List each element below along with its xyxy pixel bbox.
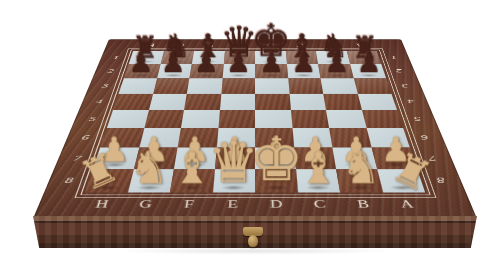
white-bishop-f8: ♝ bbox=[172, 146, 212, 190]
rank-label-right-3: 3 bbox=[394, 81, 416, 90]
rank-label-right-1: 1 bbox=[384, 54, 404, 61]
square-d4 bbox=[255, 93, 291, 110]
white-bishop-c8: ♝ bbox=[299, 146, 339, 190]
file-label-bottom-a: A bbox=[393, 197, 422, 212]
rank-label-right-2: 2 bbox=[389, 67, 410, 75]
file-label-bottom-e: E bbox=[220, 197, 245, 212]
black-pawn-e2: ♟ bbox=[226, 49, 251, 77]
rank-label-right-5: 5 bbox=[405, 114, 429, 124]
square-g2: ♟ bbox=[157, 64, 192, 78]
square-d2: ♟ bbox=[255, 64, 288, 78]
black-pawn-b2: ♟ bbox=[324, 49, 349, 77]
square-g8: ♞ bbox=[127, 169, 174, 193]
square-c4 bbox=[289, 93, 326, 110]
rank-label-left-5: 5 bbox=[80, 114, 104, 124]
square-f3 bbox=[187, 78, 222, 93]
file-label-bottom-c: C bbox=[307, 197, 333, 212]
square-b4 bbox=[323, 93, 361, 110]
playing-area-grid: ♜♞♝♛♚♝♞♜♟♟♟♟♟♟♟♟♟♟♟♟♟♟♟♟♜♞♝♛♚♝♞♜ bbox=[85, 51, 425, 193]
square-e2: ♟ bbox=[222, 64, 255, 78]
rank-label-right-6: 6 bbox=[412, 132, 438, 143]
black-pawn-c2: ♟ bbox=[292, 49, 317, 77]
square-c2: ♟ bbox=[287, 64, 321, 78]
square-b3 bbox=[321, 78, 358, 93]
square-b5 bbox=[326, 110, 366, 128]
white-knight-g8: ♞ bbox=[129, 146, 169, 190]
white-knight-b8: ♞ bbox=[341, 146, 381, 190]
file-label-bottom-g: G bbox=[132, 197, 160, 212]
rank-label-left-8: 8 bbox=[55, 174, 83, 187]
file-label-bottom-d: D bbox=[264, 197, 289, 212]
file-label-bottom-f: F bbox=[176, 197, 202, 212]
rank-label-right-8: 8 bbox=[427, 174, 455, 187]
square-d8: ♚ bbox=[255, 169, 298, 193]
square-f5 bbox=[181, 110, 220, 128]
square-c8: ♝ bbox=[296, 169, 341, 193]
rank-label-left-3: 3 bbox=[94, 81, 116, 90]
square-a5 bbox=[362, 110, 404, 128]
square-e4 bbox=[220, 93, 256, 110]
rank-label-left-4: 4 bbox=[88, 97, 111, 106]
square-f4 bbox=[184, 93, 221, 110]
square-a2: ♟ bbox=[350, 64, 386, 78]
rank-label-left-2: 2 bbox=[100, 67, 121, 75]
chess-board: ♜♞♝♛♚♝♞♜♟♟♟♟♟♟♟♟♟♟♟♟♟♟♟♟♜♞♝♛♚♝♞♜ 1122334… bbox=[34, 39, 477, 217]
square-b8: ♞ bbox=[336, 169, 383, 193]
file-label-bottom-b: B bbox=[350, 197, 378, 212]
square-c3 bbox=[288, 78, 323, 93]
square-a4 bbox=[357, 93, 397, 110]
square-h5 bbox=[107, 110, 149, 128]
rank-label-left-1: 1 bbox=[106, 54, 126, 61]
square-g3 bbox=[153, 78, 190, 93]
square-h3 bbox=[119, 78, 157, 93]
rank-label-right-4: 4 bbox=[399, 97, 422, 106]
square-h8: ♜ bbox=[85, 169, 134, 193]
black-pawn-a2: ♟ bbox=[357, 49, 382, 77]
white-king-d8: ♚ bbox=[249, 129, 304, 190]
square-h4 bbox=[113, 93, 153, 110]
square-e3 bbox=[221, 78, 255, 93]
square-g5 bbox=[144, 110, 184, 128]
square-f2: ♟ bbox=[189, 64, 223, 78]
square-d3 bbox=[255, 78, 289, 93]
file-label-bottom-h: H bbox=[88, 197, 117, 212]
black-pawn-g2: ♟ bbox=[161, 49, 186, 77]
square-g4 bbox=[149, 93, 187, 110]
square-a3 bbox=[353, 78, 391, 93]
square-h2: ♟ bbox=[124, 64, 160, 78]
rank-label-left-6: 6 bbox=[73, 132, 99, 143]
black-pawn-h2: ♟ bbox=[128, 49, 153, 77]
square-b2: ♟ bbox=[318, 64, 353, 78]
ground-shadow bbox=[70, 246, 440, 256]
black-pawn-f2: ♟ bbox=[194, 49, 219, 77]
square-a8: ♜ bbox=[377, 169, 426, 193]
black-pawn-d2: ♟ bbox=[259, 49, 284, 77]
chess-set-product-photo: ♜♞♝♛♚♝♞♜♟♟♟♟♟♟♟♟♟♟♟♟♟♟♟♟♜♞♝♛♚♝♞♜ 1122334… bbox=[0, 0, 500, 269]
